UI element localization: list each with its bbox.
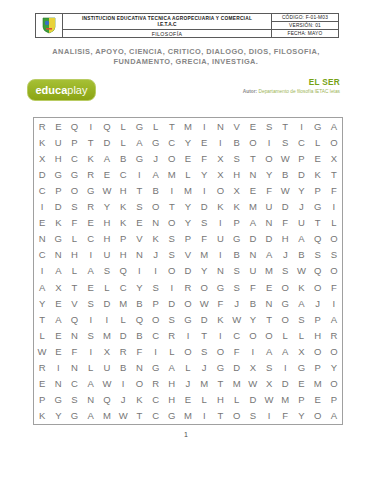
grid-cell-r6c1: I — [34, 199, 50, 215]
grid-cell-r12c5: D — [99, 295, 115, 311]
grid-cell-r1c18: G — [310, 118, 326, 134]
grid-cell-r10c12: N — [212, 263, 228, 279]
grid-cell-r18c9: H — [164, 392, 180, 408]
grid-cell-r11c17: K — [293, 279, 309, 295]
grid-cell-r6c6: K — [115, 199, 131, 215]
grid-cell-r4c12: X — [212, 166, 228, 182]
grid-cell-r11c1: A — [34, 279, 50, 295]
grid-cell-r12c13: J — [229, 295, 245, 311]
grid-cell-r8c16: H — [277, 231, 293, 247]
grid-cell-r13c19: A — [326, 311, 342, 327]
grid-cell-r15c12: O — [212, 343, 228, 359]
grid-cell-r8c18: Q — [310, 231, 326, 247]
grid-cell-r8c10: P — [180, 231, 196, 247]
grid-cell-r6c19: I — [326, 199, 342, 215]
grid-cell-r15c1: W — [34, 343, 50, 359]
grid-cell-r17c6: I — [115, 376, 131, 392]
grid-cell-r1c16: T — [277, 118, 293, 134]
grid-cell-r3c17: P — [293, 150, 309, 166]
grid-cell-r3c16: W — [277, 150, 293, 166]
grid-cell-r18c12: H — [212, 392, 228, 408]
grid-cell-r8c9: S — [164, 231, 180, 247]
grid-cell-r8c17: A — [293, 231, 309, 247]
grid-cell-r4c15: Y — [261, 166, 277, 182]
grid-cell-r7c19: L — [326, 215, 342, 231]
grid-cell-r19c15: I — [261, 408, 277, 424]
grid-cell-r10c16: S — [277, 263, 293, 279]
grid-cell-r9c10: V — [180, 247, 196, 263]
grid-cell-r17c13: M — [229, 376, 245, 392]
grid-cell-r13c11: D — [196, 311, 212, 327]
grid-cell-r13c1: T — [34, 311, 50, 327]
grid-cell-r15c10: O — [180, 343, 196, 359]
word-list: ANALISIS, APOYO, CIENCIA, CRITICO, DIALO… — [0, 47, 372, 67]
grid-cell-r18c2: G — [50, 392, 66, 408]
grid-cell-r10c14: U — [245, 263, 261, 279]
grid-cell-r15c16: A — [277, 343, 293, 359]
grid-cell-r11c9: I — [164, 279, 180, 295]
grid-cell-r10c4: A — [83, 263, 99, 279]
grid-cell-r13c5: I — [99, 311, 115, 327]
grid-cell-r16c16: I — [277, 360, 293, 376]
grid-cell-r4c9: M — [164, 166, 180, 182]
grid-cell-r7c15: N — [261, 215, 277, 231]
grid-cell-r15c8: I — [147, 343, 163, 359]
grid-cell-r2c5: D — [99, 134, 115, 150]
grid-cell-r13c16: O — [277, 311, 293, 327]
grid-cell-r9c11: M — [196, 247, 212, 263]
grid-cell-r18c15: W — [261, 392, 277, 408]
grid-cell-r2c13: B — [229, 134, 245, 150]
grid-cell-r13c12: K — [212, 311, 228, 327]
grid-cell-r16c13: D — [229, 360, 245, 376]
grid-cell-r1c7: G — [131, 118, 147, 134]
grid-cell-r18c4: N — [83, 392, 99, 408]
grid-cell-r15c7: F — [131, 343, 147, 359]
grid-cell-r14c6: D — [115, 327, 131, 343]
grid-cell-r11c13: S — [229, 279, 245, 295]
grid-cell-r12c2: E — [50, 295, 66, 311]
grid-cell-r10c6: Q — [115, 263, 131, 279]
grid-cell-r14c5: M — [99, 327, 115, 343]
grid-cell-r7c17: U — [293, 215, 309, 231]
grid-cell-r5c3: O — [66, 182, 82, 198]
grid-cell-r15c11: S — [196, 343, 212, 359]
grid-cell-r5c5: W — [99, 182, 115, 198]
grid-cell-r19c14: S — [245, 408, 261, 424]
grid-cell-r13c4: I — [83, 311, 99, 327]
grid-cell-r2c7: A — [131, 134, 147, 150]
institution-abbreviation: I.E.T.A.C — [63, 22, 271, 29]
grid-cell-r15c5: X — [99, 343, 115, 359]
grid-cell-r5c17: Y — [293, 182, 309, 198]
grid-cell-r10c19: O — [326, 263, 342, 279]
grid-cell-r1c4: I — [83, 118, 99, 134]
grid-cell-r6c9: T — [164, 199, 180, 215]
grid-cell-r4c1: D — [34, 166, 50, 182]
grid-cell-r3c6: B — [115, 150, 131, 166]
grid-cell-r18c3: S — [66, 392, 82, 408]
grid-cell-r16c18: P — [310, 360, 326, 376]
worksheet-page: INSTITUCION EDUCATIVA TECNICA AGROPECUAR… — [0, 0, 372, 480]
grid-cell-r15c9: L — [164, 343, 180, 359]
grid-cell-r17c12: T — [212, 376, 228, 392]
grid-cell-r19c3: G — [66, 408, 82, 424]
grid-cell-r11c12: G — [212, 279, 228, 295]
grid-cell-r12c18: J — [310, 295, 326, 311]
grid-cell-r1c8: L — [147, 118, 163, 134]
grid-cell-r1c11: I — [196, 118, 212, 134]
grid-cell-r16c14: X — [245, 360, 261, 376]
grid-cell-r7c10: Y — [180, 215, 196, 231]
grid-cell-r3c11: F — [196, 150, 212, 166]
grid-cell-r4c14: N — [245, 166, 261, 182]
grid-cell-r14c2: E — [50, 327, 66, 343]
grid-cell-r7c18: T — [310, 215, 326, 231]
grid-cell-r5c4: G — [83, 182, 99, 198]
grid-cell-r4c8: A — [147, 166, 163, 182]
grid-cell-r17c19: O — [326, 376, 342, 392]
grid-cell-r8c6: P — [115, 231, 131, 247]
grid-cell-r16c6: B — [115, 360, 131, 376]
grid-cell-r9c3: H — [66, 247, 82, 263]
grid-cell-r13c6: L — [115, 311, 131, 327]
grid-cell-r18c5: Q — [99, 392, 115, 408]
grid-cell-r15c14: I — [245, 343, 261, 359]
grid-cell-r4c4: R — [83, 166, 99, 182]
grid-cell-r2c18: L — [310, 134, 326, 150]
grid-cell-r1c2: E — [50, 118, 66, 134]
grid-cell-r15c6: R — [115, 343, 131, 359]
grid-cell-r17c17: E — [293, 376, 309, 392]
grid-cell-r5c1: C — [34, 182, 50, 198]
grid-cell-r8c3: L — [66, 231, 82, 247]
grid-cell-r6c12: K — [212, 199, 228, 215]
grid-cell-r5c10: M — [180, 182, 196, 198]
grid-cell-r12c9: D — [164, 295, 180, 311]
grid-cell-r14c18: H — [310, 327, 326, 343]
grid-cell-r11c6: C — [115, 279, 131, 295]
grid-cell-r7c14: A — [245, 215, 261, 231]
grid-cell-r8c7: V — [131, 231, 147, 247]
grid-cell-r1c15: S — [261, 118, 277, 134]
grid-cell-r11c3: T — [66, 279, 82, 295]
grid-cell-r7c8: N — [147, 215, 163, 231]
grid-cell-r10c7: I — [131, 263, 147, 279]
grid-cell-r14c16: L — [277, 327, 293, 343]
grid-cell-r12c6: M — [115, 295, 131, 311]
grid-cell-r16c3: N — [66, 360, 82, 376]
grid-cell-r2c14: O — [245, 134, 261, 150]
grid-cell-r11c7: Y — [131, 279, 147, 295]
grid-cell-r17c9: H — [164, 376, 180, 392]
grid-cell-r12c17: A — [293, 295, 309, 311]
grid-cell-r9c13: B — [229, 247, 245, 263]
grid-cell-r17c11: M — [196, 376, 212, 392]
grid-cell-r7c3: F — [66, 215, 82, 231]
grid-cell-r3c7: G — [131, 150, 147, 166]
grid-cell-r16c15: S — [261, 360, 277, 376]
grid-cell-r2c3: P — [66, 134, 82, 150]
grid-cell-r10c2: A — [50, 263, 66, 279]
grid-cell-r17c8: R — [147, 376, 163, 392]
grid-cell-r12c7: B — [131, 295, 147, 311]
grid-cell-r16c12: G — [212, 360, 228, 376]
grid-cell-r5c18: P — [310, 182, 326, 198]
grid-cell-r17c14: W — [245, 376, 261, 392]
grid-cell-r7c4: E — [83, 215, 99, 231]
grid-cell-r1c5: Q — [99, 118, 115, 134]
grid-cell-r6c13: K — [229, 199, 245, 215]
grid-cell-r5c9: I — [164, 182, 180, 198]
grid-cell-r14c17: L — [293, 327, 309, 343]
grid-cell-r3c15: O — [261, 150, 277, 166]
grid-cell-r7c6: K — [115, 215, 131, 231]
grid-cell-r16c9: A — [164, 360, 180, 376]
grid-cell-r15c18: O — [310, 343, 326, 359]
grid-cell-r3c19: X — [326, 150, 342, 166]
header-table: INSTITUCION EDUCATIVA TECNICA AGROPECUAR… — [35, 13, 339, 38]
grid-cell-r6c15: U — [261, 199, 277, 215]
grid-cell-r15c17: X — [293, 343, 309, 359]
institution-crest-icon — [42, 17, 56, 34]
grid-cell-r3c13: S — [229, 150, 245, 166]
grid-cell-r17c10: J — [180, 376, 196, 392]
grid-cell-r8c12: U — [212, 231, 228, 247]
grid-cell-r12c15: N — [261, 295, 277, 311]
grid-cell-r9c4: I — [83, 247, 99, 263]
header-version: VERSIÓN: 01 — [272, 22, 339, 30]
grid-cell-r3c8: J — [147, 150, 163, 166]
grid-cell-r2c15: I — [261, 134, 277, 150]
grid-cell-r19c11: I — [196, 408, 212, 424]
grid-cell-r9c15: A — [261, 247, 277, 263]
grid-cell-r8c14: D — [245, 231, 261, 247]
grid-cell-r7c9: O — [164, 215, 180, 231]
grid-cell-r1c12: N — [212, 118, 228, 134]
grid-cell-r9c2: N — [50, 247, 66, 263]
grid-cell-r18c14: D — [245, 392, 261, 408]
grid-cell-r17c16: D — [277, 376, 293, 392]
grid-cell-r19c1: K — [34, 408, 50, 424]
grid-cell-r9c1: C — [34, 247, 50, 263]
grid-cell-r5c15: F — [261, 182, 277, 198]
grid-cell-r3c4: K — [83, 150, 99, 166]
grid-cell-r5c7: T — [131, 182, 147, 198]
activity-header: EL SER Autor: Departamento de filosofía … — [243, 78, 340, 94]
grid-cell-r2c1: K — [34, 134, 50, 150]
grid-cell-r14c8: C — [147, 327, 163, 343]
grid-cell-r15c15: A — [261, 343, 277, 359]
grid-cell-r8c19: O — [326, 231, 342, 247]
grid-cell-r19c19: A — [326, 408, 342, 424]
grid-cell-r1c14: E — [245, 118, 261, 134]
grid-cell-r1c13: V — [229, 118, 245, 134]
grid-cell-r11c18: O — [310, 279, 326, 295]
grid-cell-r4c13: H — [229, 166, 245, 182]
grid-cell-r1c9: T — [164, 118, 180, 134]
grid-cell-r8c15: D — [261, 231, 277, 247]
grid-cell-r8c1: N — [34, 231, 50, 247]
grid-cell-r10c1: I — [34, 263, 50, 279]
grid-cell-r11c2: X — [50, 279, 66, 295]
grid-cell-r1c3: Q — [66, 118, 82, 134]
grid-cell-r19c8: C — [147, 408, 163, 424]
grid-cell-r3c1: X — [34, 150, 50, 166]
grid-cell-r9c17: B — [293, 247, 309, 263]
grid-cell-r12c8: P — [147, 295, 163, 311]
grid-cell-r14c1: L — [34, 327, 50, 343]
grid-cell-r19c2: Y — [50, 408, 66, 424]
grid-cell-r2c10: Y — [180, 134, 196, 150]
institution-name: INSTITUCION EDUCATIVA TECNICA AGROPECUAR… — [63, 15, 271, 23]
grid-cell-r6c5: Y — [99, 199, 115, 215]
grid-cell-r9c19: S — [326, 247, 342, 263]
grid-cell-r1c17: I — [293, 118, 309, 134]
grid-cell-r13c10: G — [180, 311, 196, 327]
grid-cell-r10c11: Y — [196, 263, 212, 279]
grid-cell-r16c8: G — [147, 360, 163, 376]
header-code: CÓDIGO: F-01-M03 — [272, 14, 339, 22]
grid-cell-r19c5: M — [99, 408, 115, 424]
grid-cell-r9c12: I — [212, 247, 228, 263]
grid-cell-r5c8: B — [147, 182, 163, 198]
grid-cell-r10c8: I — [147, 263, 163, 279]
author-label: Autor: — [243, 89, 257, 94]
grid-cell-r16c7: N — [131, 360, 147, 376]
grid-cell-r7c11: S — [196, 215, 212, 231]
grid-cell-r5c14: E — [245, 182, 261, 198]
grid-cell-r9c7: N — [131, 247, 147, 263]
grid-cell-r7c16: F — [277, 215, 293, 231]
grid-cell-r18c13: L — [229, 392, 245, 408]
grid-cell-r2c19: O — [326, 134, 342, 150]
grid-cell-r13c14: Y — [245, 311, 261, 327]
page-number: 1 — [0, 431, 372, 438]
grid-cell-r2c8: G — [147, 134, 163, 150]
grid-cell-r3c18: E — [310, 150, 326, 166]
educaplay-logo-text-light: play — [67, 84, 87, 96]
grid-cell-r4c3: G — [66, 166, 82, 182]
grid-cell-r13c2: A — [50, 311, 66, 327]
institution-name-cell: INSTITUCION EDUCATIVA TECNICA AGROPECUAR… — [63, 14, 272, 30]
grid-cell-r14c14: O — [245, 327, 261, 343]
grid-cell-r9c8: J — [147, 247, 163, 263]
grid-cell-r5c13: X — [229, 182, 245, 198]
grid-cell-r10c3: L — [66, 263, 82, 279]
grid-cell-r10c5: S — [99, 263, 115, 279]
grid-cell-r12c14: B — [245, 295, 261, 311]
grid-cell-r9c5: U — [99, 247, 115, 263]
grid-cell-r12c1: Y — [34, 295, 50, 311]
grid-cell-r10c18: Q — [310, 263, 326, 279]
grid-cell-r13c7: Q — [131, 311, 147, 327]
grid-cell-r18c16: M — [277, 392, 293, 408]
grid-cell-r16c4: L — [83, 360, 99, 376]
grid-cell-r10c10: D — [180, 263, 196, 279]
grid-cell-r11c5: L — [99, 279, 115, 295]
grid-cell-r8c2: G — [50, 231, 66, 247]
grid-cell-r15c3: F — [66, 343, 82, 359]
activity-title: EL SER — [243, 78, 340, 87]
grid-cell-r11c19: F — [326, 279, 342, 295]
grid-cell-r17c18: M — [310, 376, 326, 392]
grid-cell-r6c3: S — [66, 199, 82, 215]
grid-cell-r19c4: A — [83, 408, 99, 424]
grid-cell-r19c12: T — [212, 408, 228, 424]
grid-cell-r18c17: P — [293, 392, 309, 408]
grid-cell-r17c15: X — [261, 376, 277, 392]
grid-cell-r7c7: E — [131, 215, 147, 231]
grid-cell-r6c14: M — [245, 199, 261, 215]
grid-cell-r7c1: E — [34, 215, 50, 231]
grid-cell-r2c16: S — [277, 134, 293, 150]
grid-cell-r16c11: J — [196, 360, 212, 376]
educaplay-logo: educaplay — [27, 79, 96, 101]
grid-cell-r15c19: O — [326, 343, 342, 359]
grid-cell-r13c3: Q — [66, 311, 82, 327]
educaplay-logo-text-bold: educa — [36, 84, 68, 96]
word-list-line1: ANALISIS, APOYO, CIENCIA, CRITICO, DIALO… — [0, 47, 372, 57]
grid-cell-r18c10: E — [180, 392, 196, 408]
activity-author: Autor: Departamento de filosofía IETAC l… — [243, 89, 340, 94]
grid-cell-r17c3: C — [66, 376, 82, 392]
grid-cell-r2c6: L — [115, 134, 131, 150]
grid-cell-r5c12: O — [212, 182, 228, 198]
grid-cell-r7c13: P — [229, 215, 245, 231]
grid-cell-r9c9: S — [164, 247, 180, 263]
grid-cell-r8c11: F — [196, 231, 212, 247]
grid-cell-r5c11: I — [196, 182, 212, 198]
grid-cell-r15c2: E — [50, 343, 66, 359]
grid-cell-r14c13: C — [229, 327, 245, 343]
grid-cell-r3c10: E — [180, 150, 196, 166]
grid-cell-r4c7: I — [131, 166, 147, 182]
grid-cell-r15c4: I — [83, 343, 99, 359]
grid-cell-r11c14: F — [245, 279, 261, 295]
grid-cell-r14c10: I — [180, 327, 196, 343]
grid-cell-r6c2: D — [50, 199, 66, 215]
grid-cell-r3c14: T — [245, 150, 261, 166]
grid-cell-r19c10: M — [180, 408, 196, 424]
grid-cell-r19c17: Y — [293, 408, 309, 424]
grid-cell-r18c8: C — [147, 392, 163, 408]
grid-cell-r17c5: W — [99, 376, 115, 392]
grid-cell-r13c13: W — [229, 311, 245, 327]
grid-cell-r11c4: E — [83, 279, 99, 295]
grid-cell-r13c18: P — [310, 311, 326, 327]
grid-cell-r1c10: M — [180, 118, 196, 134]
grid-cell-r18c6: J — [115, 392, 131, 408]
grid-cell-r2c12: I — [212, 134, 228, 150]
grid-cell-r4c19: T — [326, 166, 342, 182]
grid-cell-r11c16: O — [277, 279, 293, 295]
grid-cell-r17c4: A — [83, 376, 99, 392]
grid-cell-r2c11: E — [196, 134, 212, 150]
header-subject: FILOSOFÍA — [63, 30, 272, 38]
grid-cell-r8c13: G — [229, 231, 245, 247]
grid-cell-r6c10: Y — [180, 199, 196, 215]
grid-cell-r6c11: D — [196, 199, 212, 215]
grid-cell-r11c8: S — [147, 279, 163, 295]
grid-cell-r6c16: D — [277, 199, 293, 215]
grid-cell-r17c1: E — [34, 376, 50, 392]
grid-cell-r19c6: W — [115, 408, 131, 424]
grid-cell-r6c18: G — [310, 199, 326, 215]
word-search-grid: REQIQLGLTMINVESTIGAKUPTDLAGCYEIBOISCLOXH… — [33, 117, 343, 425]
grid-cell-r14c15: O — [261, 327, 277, 343]
grid-cell-r4c2: G — [50, 166, 66, 182]
